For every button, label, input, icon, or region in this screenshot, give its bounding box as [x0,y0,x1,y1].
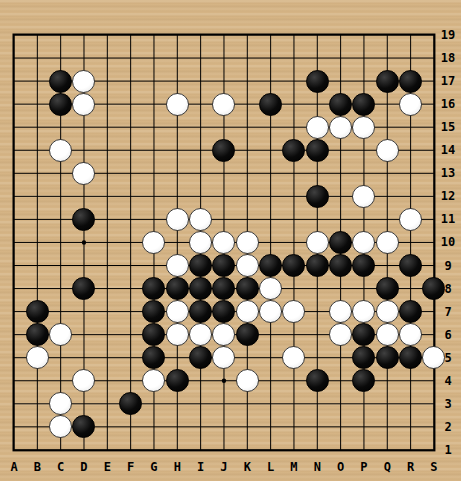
black-stone[interactable] [376,346,399,369]
black-stone[interactable] [189,254,212,277]
black-stone[interactable] [306,185,329,208]
row-label: 8 [438,282,458,296]
star-point [82,240,86,244]
white-stone[interactable] [166,323,189,346]
column-label: J [214,460,234,474]
black-stone[interactable] [306,70,329,93]
white-stone[interactable] [236,254,259,277]
white-stone[interactable] [399,93,422,116]
row-label: 17 [438,74,458,88]
row-label: 5 [438,351,458,365]
white-stone[interactable] [376,300,399,323]
star-point [222,379,226,383]
white-stone[interactable] [166,300,189,323]
black-stone[interactable] [352,93,375,116]
column-label: L [261,460,281,474]
black-stone[interactable] [329,231,352,254]
row-label: 13 [438,166,458,180]
black-stone[interactable] [49,70,72,93]
white-stone[interactable] [329,116,352,139]
black-stone[interactable] [376,70,399,93]
white-stone[interactable] [26,346,49,369]
white-stone[interactable] [166,93,189,116]
black-stone[interactable] [329,93,352,116]
black-stone[interactable] [166,369,189,392]
black-stone[interactable] [259,93,282,116]
white-stone[interactable] [189,231,212,254]
black-stone[interactable] [26,300,49,323]
row-label: 18 [438,51,458,65]
column-label: F [121,460,141,474]
column-label: C [51,460,71,474]
column-label: M [284,460,304,474]
black-stone[interactable] [399,254,422,277]
row-label: 14 [438,143,458,157]
black-stone[interactable] [26,323,49,346]
white-stone[interactable] [306,231,329,254]
white-stone[interactable] [49,139,72,162]
row-label: 16 [438,97,458,111]
black-stone[interactable] [49,93,72,116]
row-label: 4 [438,374,458,388]
black-stone[interactable] [399,70,422,93]
column-label: I [191,460,211,474]
row-label: 1 [438,443,458,457]
column-label: P [354,460,374,474]
row-label: 12 [438,189,458,203]
row-label: 15 [438,120,458,134]
column-label: H [167,460,187,474]
white-stone[interactable] [376,231,399,254]
column-label: A [4,460,24,474]
white-stone[interactable] [72,70,95,93]
column-label: G [144,460,164,474]
row-label: 9 [438,259,458,273]
row-label: 3 [438,397,458,411]
white-stone[interactable] [236,231,259,254]
white-stone[interactable] [189,208,212,231]
column-label: N [307,460,327,474]
black-stone[interactable] [376,277,399,300]
row-label: 10 [438,235,458,249]
black-stone[interactable] [166,277,189,300]
white-stone[interactable] [72,93,95,116]
row-label: 11 [438,212,458,226]
black-stone[interactable] [306,254,329,277]
column-label: D [74,460,94,474]
go-board-screen: 19181716151413121110987654321 ABCDEFGHIJ… [0,0,461,481]
column-label: E [97,460,117,474]
column-label: S [424,460,444,474]
white-stone[interactable] [166,254,189,277]
black-stone[interactable] [236,323,259,346]
black-stone[interactable] [306,369,329,392]
white-stone[interactable] [236,300,259,323]
row-label: 7 [438,305,458,319]
row-label: 19 [438,28,458,42]
black-stone[interactable] [329,254,352,277]
column-label: K [237,460,257,474]
white-stone[interactable] [236,369,259,392]
black-stone[interactable] [236,277,259,300]
white-stone[interactable] [399,208,422,231]
column-label: R [401,460,421,474]
black-stone[interactable] [306,139,329,162]
black-stone[interactable] [259,254,282,277]
column-label: B [27,460,47,474]
white-stone[interactable] [376,323,399,346]
row-label: 2 [438,420,458,434]
white-stone[interactable] [212,93,235,116]
white-stone[interactable] [352,116,375,139]
row-label: 6 [438,328,458,342]
white-stone[interactable] [376,139,399,162]
go-board[interactable]: 19181716151413121110987654321 ABCDEFGHIJ… [0,0,461,481]
column-label: Q [377,460,397,474]
white-stone[interactable] [166,208,189,231]
white-stone[interactable] [306,116,329,139]
column-label: O [331,460,351,474]
